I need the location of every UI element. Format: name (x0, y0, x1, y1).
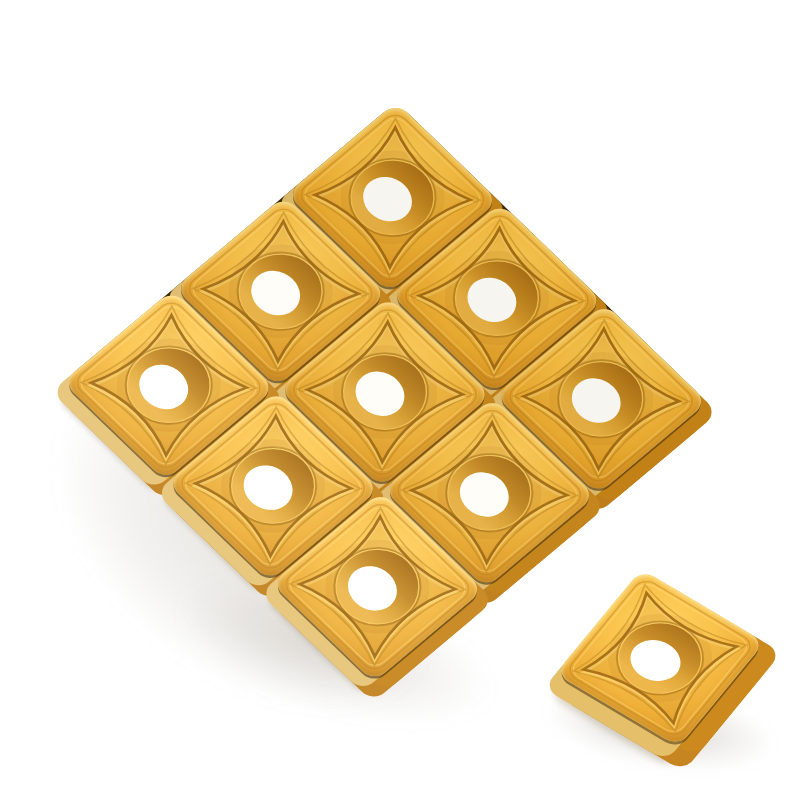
product-photo-scene (0, 0, 800, 800)
insert-face-art (556, 569, 765, 747)
loose-carbide-insert (556, 569, 765, 747)
insert-cluster-3x3 (63, 102, 707, 682)
